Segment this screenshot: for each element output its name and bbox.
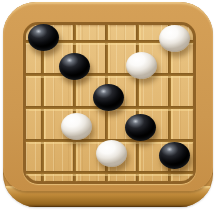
- gomoku-app-icon[interactable]: [3, 2, 213, 207]
- screenshot-canvas: [0, 0, 216, 216]
- board-face: [3, 2, 213, 191]
- white-stone: [126, 52, 157, 79]
- grid-line-vertical: [136, 25, 139, 181]
- grid-line-horizontal: [26, 73, 193, 76]
- white-stone: [61, 113, 92, 140]
- grid-line-horizontal: [26, 171, 193, 174]
- white-stone: [159, 25, 190, 52]
- grid-line-vertical: [73, 25, 76, 181]
- white-stone: [96, 140, 127, 167]
- black-stone: [159, 142, 190, 169]
- black-stone: [59, 53, 90, 80]
- board-playfield: [23, 22, 196, 184]
- black-stone: [125, 114, 156, 141]
- black-stone: [93, 84, 124, 111]
- black-stone: [28, 24, 59, 51]
